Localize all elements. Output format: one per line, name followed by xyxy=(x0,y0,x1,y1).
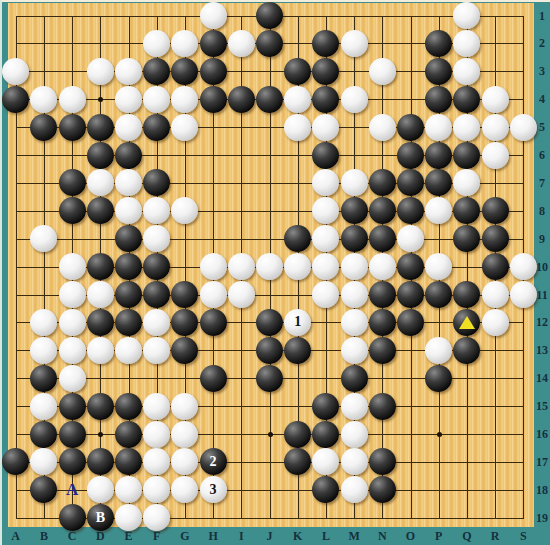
stone-H3[interactable] xyxy=(200,58,227,85)
stone-P3[interactable] xyxy=(425,58,452,85)
stone-P6[interactable] xyxy=(425,142,452,169)
col-label-J: J xyxy=(267,529,273,544)
stone-I11[interactable] xyxy=(228,281,255,308)
stone-C8[interactable] xyxy=(59,197,86,224)
col-label-A: A xyxy=(11,529,20,544)
stone-Q1[interactable] xyxy=(453,2,480,29)
stone-B12[interactable] xyxy=(30,309,57,336)
star-point xyxy=(98,432,103,437)
stone-L7[interactable] xyxy=(312,169,339,196)
stone-M17[interactable] xyxy=(341,448,368,475)
stone-F7[interactable] xyxy=(143,169,170,196)
col-label-D: D xyxy=(96,529,105,544)
stone-S11[interactable] xyxy=(510,281,537,308)
stone-F12[interactable] xyxy=(143,309,170,336)
stone-G16[interactable] xyxy=(171,421,198,448)
stone-L10[interactable] xyxy=(312,253,339,280)
stone-N9[interactable] xyxy=(369,225,396,252)
stone-D6[interactable] xyxy=(87,142,114,169)
stone-L4[interactable] xyxy=(312,86,339,113)
stone-K4[interactable] xyxy=(284,86,311,113)
stone-R12[interactable] xyxy=(482,309,509,336)
stone-B18[interactable] xyxy=(30,476,57,503)
row-label-1: 1 xyxy=(539,8,545,23)
stone-C11[interactable] xyxy=(59,281,86,308)
stone-O12[interactable] xyxy=(397,309,424,336)
row-label-2: 2 xyxy=(539,36,545,51)
stone-C4[interactable] xyxy=(59,86,86,113)
stone-M11[interactable] xyxy=(341,281,368,308)
stone-M16[interactable] xyxy=(341,421,368,448)
stone-F4[interactable] xyxy=(143,86,170,113)
col-label-F: F xyxy=(153,529,160,544)
stone-D5[interactable] xyxy=(87,114,114,141)
stone-M4[interactable] xyxy=(341,86,368,113)
stone-I2[interactable] xyxy=(228,30,255,57)
stone-N17[interactable] xyxy=(369,448,396,475)
move-stone-K12[interactable]: 1 xyxy=(284,309,311,336)
stone-Q12[interactable] xyxy=(453,309,480,336)
stone-R8[interactable] xyxy=(482,197,509,224)
stone-F18[interactable] xyxy=(143,476,170,503)
stone-F15[interactable] xyxy=(143,393,170,420)
stone-P8[interactable] xyxy=(425,197,452,224)
stone-J4[interactable] xyxy=(256,86,283,113)
col-label-N: N xyxy=(378,529,387,544)
stone-R9[interactable] xyxy=(482,225,509,252)
stone-I10[interactable] xyxy=(228,253,255,280)
stone-A17[interactable] xyxy=(2,448,29,475)
row-label-18: 18 xyxy=(536,482,548,497)
stone-F5[interactable] xyxy=(143,114,170,141)
row-label-10: 10 xyxy=(536,259,548,274)
stone-D7[interactable] xyxy=(87,169,114,196)
stone-C17[interactable] xyxy=(59,448,86,475)
stone-Q5[interactable] xyxy=(453,114,480,141)
stone-I4[interactable] xyxy=(228,86,255,113)
go-diagram-page: { "game": "go", "board_size": 19, "colum… xyxy=(0,0,550,545)
stone-M7[interactable] xyxy=(341,169,368,196)
row-label-19: 19 xyxy=(536,510,548,525)
stone-G2[interactable] xyxy=(171,30,198,57)
row-label-17: 17 xyxy=(536,454,548,469)
stone-E4[interactable] xyxy=(115,86,142,113)
stone-B16[interactable] xyxy=(30,421,57,448)
stone-N12[interactable] xyxy=(369,309,396,336)
stone-L16[interactable] xyxy=(312,421,339,448)
col-label-B: B xyxy=(40,529,48,544)
go-board[interactable]: 123B xyxy=(8,3,534,527)
stone-L2[interactable] xyxy=(312,30,339,57)
stone-Q3[interactable] xyxy=(453,58,480,85)
stone-G13[interactable] xyxy=(171,337,198,364)
stone-S10[interactable] xyxy=(510,253,537,280)
move-stone-H18[interactable]: 3 xyxy=(200,476,227,503)
stone-O5[interactable] xyxy=(397,114,424,141)
stone-G8[interactable] xyxy=(171,197,198,224)
stone-H12[interactable] xyxy=(200,309,227,336)
stone-B5[interactable] xyxy=(30,114,57,141)
stone-H4[interactable] xyxy=(200,86,227,113)
stone-D13[interactable] xyxy=(87,337,114,364)
stone-F3[interactable] xyxy=(143,58,170,85)
stone-E17[interactable] xyxy=(115,448,142,475)
row-label-14: 14 xyxy=(536,371,548,386)
stone-G3[interactable] xyxy=(171,58,198,85)
stone-E5[interactable] xyxy=(115,114,142,141)
stone-N5[interactable] xyxy=(369,114,396,141)
stone-N18[interactable] xyxy=(369,476,396,503)
stone-C13[interactable] xyxy=(59,337,86,364)
move-stone-H17[interactable]: 2 xyxy=(200,448,227,475)
stone-K16[interactable] xyxy=(284,421,311,448)
col-label-O: O xyxy=(406,529,415,544)
stone-H1[interactable] xyxy=(200,2,227,29)
stone-G15[interactable] xyxy=(171,393,198,420)
stone-E19[interactable] xyxy=(115,504,142,531)
stone-Q9[interactable] xyxy=(453,225,480,252)
stone-A3[interactable] xyxy=(2,58,29,85)
stone-Q13[interactable] xyxy=(453,337,480,364)
stone-Q6[interactable] xyxy=(453,142,480,169)
stone-E13[interactable] xyxy=(115,337,142,364)
stone-G18[interactable] xyxy=(171,476,198,503)
stone-D10[interactable] xyxy=(87,253,114,280)
stone-E9[interactable] xyxy=(115,225,142,252)
stone-F19[interactable] xyxy=(143,504,170,531)
stone-Q11[interactable] xyxy=(453,281,480,308)
star-point xyxy=(437,432,442,437)
stone-E6[interactable] xyxy=(115,142,142,169)
stone-G5[interactable] xyxy=(171,114,198,141)
stone-H14[interactable] xyxy=(200,365,227,392)
stone-P13[interactable] xyxy=(425,337,452,364)
stone-E11[interactable] xyxy=(115,281,142,308)
stone-F16[interactable] xyxy=(143,421,170,448)
stone-F8[interactable] xyxy=(143,197,170,224)
stone-L17[interactable] xyxy=(312,448,339,475)
stone-N7[interactable] xyxy=(369,169,396,196)
col-label-Q: Q xyxy=(462,529,471,544)
triangle-marker xyxy=(459,316,475,329)
stone-N10[interactable] xyxy=(369,253,396,280)
row-label-7: 7 xyxy=(539,175,545,190)
stone-N3[interactable] xyxy=(369,58,396,85)
stone-Q4[interactable] xyxy=(453,86,480,113)
stone-M10[interactable] xyxy=(341,253,368,280)
stone-C15[interactable] xyxy=(59,393,86,420)
col-label-L: L xyxy=(322,529,330,544)
col-label-P: P xyxy=(435,529,442,544)
stone-O6[interactable] xyxy=(397,142,424,169)
col-label-H: H xyxy=(208,529,217,544)
col-label-K: K xyxy=(293,529,302,544)
stone-D8[interactable] xyxy=(87,197,114,224)
stone-P5[interactable] xyxy=(425,114,452,141)
stone-M8[interactable] xyxy=(341,197,368,224)
row-label-8: 8 xyxy=(539,203,545,218)
stone-K9[interactable] xyxy=(284,225,311,252)
stone-M2[interactable] xyxy=(341,30,368,57)
stone-F11[interactable] xyxy=(143,281,170,308)
stone-A4[interactable] xyxy=(2,86,29,113)
stone-H2[interactable] xyxy=(200,30,227,57)
stone-K17[interactable] xyxy=(284,448,311,475)
stone-D18[interactable] xyxy=(87,476,114,503)
stone-F9[interactable] xyxy=(143,225,170,252)
row-label-15: 15 xyxy=(536,399,548,414)
stone-J12[interactable] xyxy=(256,309,283,336)
col-label-E: E xyxy=(124,529,132,544)
stone-Q8[interactable] xyxy=(453,197,480,224)
stone-Q7[interactable] xyxy=(453,169,480,196)
col-label-I: I xyxy=(239,529,244,544)
stone-E3[interactable] xyxy=(115,58,142,85)
stone-E16[interactable] xyxy=(115,421,142,448)
letter-stone-D19[interactable]: B xyxy=(87,504,114,531)
stone-N11[interactable] xyxy=(369,281,396,308)
stone-M9[interactable] xyxy=(341,225,368,252)
row-label-11: 11 xyxy=(536,287,547,302)
stone-C16[interactable] xyxy=(59,421,86,448)
stone-C5[interactable] xyxy=(59,114,86,141)
stone-M15[interactable] xyxy=(341,393,368,420)
row-label-4: 4 xyxy=(539,92,545,107)
stone-C19[interactable] xyxy=(59,504,86,531)
col-label-C: C xyxy=(68,529,77,544)
stone-K3[interactable] xyxy=(284,58,311,85)
stone-R4[interactable] xyxy=(482,86,509,113)
stone-G4[interactable] xyxy=(171,86,198,113)
stone-R5[interactable] xyxy=(482,114,509,141)
stone-O9[interactable] xyxy=(397,225,424,252)
stone-O7[interactable] xyxy=(397,169,424,196)
stone-L11[interactable] xyxy=(312,281,339,308)
stone-L5[interactable] xyxy=(312,114,339,141)
stone-K5[interactable] xyxy=(284,114,311,141)
row-label-5: 5 xyxy=(539,120,545,135)
stone-J1[interactable] xyxy=(256,2,283,29)
stone-O10[interactable] xyxy=(397,253,424,280)
col-label-G: G xyxy=(180,529,189,544)
stone-O8[interactable] xyxy=(397,197,424,224)
stone-L18[interactable] xyxy=(312,476,339,503)
stone-N8[interactable] xyxy=(369,197,396,224)
stone-R11[interactable] xyxy=(482,281,509,308)
stone-J13[interactable] xyxy=(256,337,283,364)
stone-S5[interactable] xyxy=(510,114,537,141)
stone-B9[interactable] xyxy=(30,225,57,252)
stone-P2[interactable] xyxy=(425,30,452,57)
stone-L3[interactable] xyxy=(312,58,339,85)
stone-M14[interactable] xyxy=(341,365,368,392)
stone-C12[interactable] xyxy=(59,309,86,336)
star-point xyxy=(98,97,103,102)
stone-M18[interactable] xyxy=(341,476,368,503)
row-label-16: 16 xyxy=(536,427,548,442)
stone-E18[interactable] xyxy=(115,476,142,503)
row-label-9: 9 xyxy=(539,231,545,246)
stone-J14[interactable] xyxy=(256,365,283,392)
col-label-S: S xyxy=(520,529,527,544)
row-label-13: 13 xyxy=(536,343,548,358)
stone-F10[interactable] xyxy=(143,253,170,280)
stone-C14[interactable] xyxy=(59,365,86,392)
stone-H11[interactable] xyxy=(200,281,227,308)
stone-P11[interactable] xyxy=(425,281,452,308)
stone-E8[interactable] xyxy=(115,197,142,224)
stone-N13[interactable] xyxy=(369,337,396,364)
stone-B17[interactable] xyxy=(30,448,57,475)
stone-B15[interactable] xyxy=(30,393,57,420)
star-point xyxy=(268,432,273,437)
stone-L8[interactable] xyxy=(312,197,339,224)
stone-P4[interactable] xyxy=(425,86,452,113)
stone-G11[interactable] xyxy=(171,281,198,308)
stone-L9[interactable] xyxy=(312,225,339,252)
stone-C10[interactable] xyxy=(59,253,86,280)
stone-D17[interactable] xyxy=(87,448,114,475)
stone-L15[interactable] xyxy=(312,393,339,420)
col-label-M: M xyxy=(348,529,359,544)
stone-M12[interactable] xyxy=(341,309,368,336)
stone-D11[interactable] xyxy=(87,281,114,308)
stone-K13[interactable] xyxy=(284,337,311,364)
stone-J10[interactable] xyxy=(256,253,283,280)
stone-N15[interactable] xyxy=(369,393,396,420)
stone-E10[interactable] xyxy=(115,253,142,280)
stone-R6[interactable] xyxy=(482,142,509,169)
stone-M13[interactable] xyxy=(341,337,368,364)
stone-F2[interactable] xyxy=(143,30,170,57)
stone-C7[interactable] xyxy=(59,169,86,196)
stone-G17[interactable] xyxy=(171,448,198,475)
stone-J2[interactable] xyxy=(256,30,283,57)
stone-Q2[interactable] xyxy=(453,30,480,57)
stone-R10[interactable] xyxy=(482,253,509,280)
stone-D15[interactable] xyxy=(87,393,114,420)
letter-marker-C18[interactable]: A xyxy=(66,480,78,500)
stone-E15[interactable] xyxy=(115,393,142,420)
stone-P14[interactable] xyxy=(425,365,452,392)
row-label-6: 6 xyxy=(539,148,545,163)
stone-F17[interactable] xyxy=(143,448,170,475)
stone-G12[interactable] xyxy=(171,309,198,336)
stone-D3[interactable] xyxy=(87,58,114,85)
stone-B14[interactable] xyxy=(30,365,57,392)
stone-F13[interactable] xyxy=(143,337,170,364)
stone-P10[interactable] xyxy=(425,253,452,280)
stone-P7[interactable] xyxy=(425,169,452,196)
stone-B4[interactable] xyxy=(30,86,57,113)
stone-K10[interactable] xyxy=(284,253,311,280)
stone-E7[interactable] xyxy=(115,169,142,196)
stone-E12[interactable] xyxy=(115,309,142,336)
stone-D12[interactable] xyxy=(87,309,114,336)
row-label-12: 12 xyxy=(536,315,548,330)
row-label-3: 3 xyxy=(539,64,545,79)
col-label-R: R xyxy=(491,529,500,544)
stone-L6[interactable] xyxy=(312,142,339,169)
stone-H10[interactable] xyxy=(200,253,227,280)
stone-B13[interactable] xyxy=(30,337,57,364)
stone-O11[interactable] xyxy=(397,281,424,308)
